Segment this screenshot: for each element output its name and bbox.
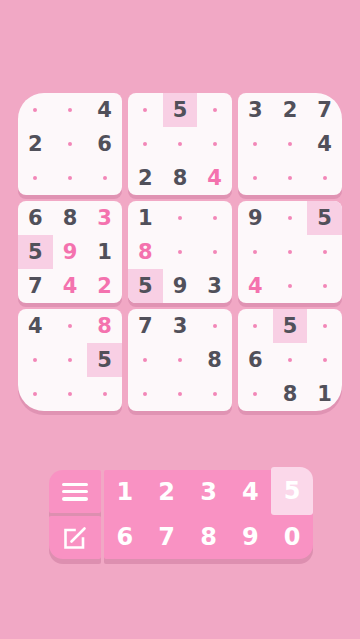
cell-digit: 8: [173, 166, 188, 190]
cell-r3c7[interactable]: [238, 161, 273, 195]
box-5: 18593: [128, 201, 232, 303]
cell-r8c2[interactable]: [53, 343, 88, 377]
empty-cell-dot: [143, 108, 147, 112]
empty-cell-dot: [68, 142, 72, 146]
cell-r3c9[interactable]: [307, 161, 342, 195]
hamburger-icon: [62, 483, 88, 501]
empty-cell-dot: [143, 392, 147, 396]
cell-r6c2[interactable]: 4: [53, 269, 88, 303]
empty-cell-dot: [213, 142, 217, 146]
cell-digit: 4: [28, 314, 43, 338]
cell-r3c5[interactable]: 8: [163, 161, 198, 195]
key-2[interactable]: 2: [146, 470, 188, 515]
cell-r9c7[interactable]: [238, 377, 273, 411]
cell-r6c8[interactable]: [273, 269, 308, 303]
sudoku-app-screen: 42652843274683591742185939544857385681 1…: [0, 0, 360, 639]
cell-digit: 2: [283, 98, 298, 122]
key-0[interactable]: 0: [271, 515, 313, 560]
box-7: 485: [18, 309, 122, 411]
cell-r7c4[interactable]: 7: [128, 309, 163, 343]
cell-r6c5[interactable]: 9: [163, 269, 198, 303]
cell-r2c5[interactable]: [163, 127, 198, 161]
cell-digit: 8: [207, 348, 222, 372]
cell-r3c3[interactable]: [87, 161, 122, 195]
cell-digit: 4: [317, 132, 332, 156]
cell-r8c7[interactable]: 6: [238, 343, 273, 377]
key-5[interactable]: 5: [271, 467, 313, 515]
key-9[interactable]: 9: [229, 515, 271, 560]
cell-r8c4[interactable]: [128, 343, 163, 377]
cell-r7c8[interactable]: 5: [273, 309, 308, 343]
cell-r3c6[interactable]: 4: [197, 161, 232, 195]
box-2: 5284: [128, 93, 232, 195]
cell-r2c9[interactable]: 4: [307, 127, 342, 161]
empty-cell-dot: [288, 142, 292, 146]
empty-cell-dot: [288, 250, 292, 254]
cell-r8c5[interactable]: [163, 343, 198, 377]
cell-digit: 1: [317, 382, 332, 406]
cell-digit: 2: [138, 166, 153, 190]
cell-digit: 7: [138, 314, 153, 338]
cell-r1c5[interactable]: 5: [163, 93, 198, 127]
cell-r6c1[interactable]: 7: [18, 269, 53, 303]
cell-digit: 5: [28, 240, 43, 264]
cell-r9c5[interactable]: [163, 377, 198, 411]
cell-r6c7[interactable]: 4: [238, 269, 273, 303]
empty-cell-dot: [33, 358, 37, 362]
cell-r9c6[interactable]: [197, 377, 232, 411]
cell-r4c1[interactable]: 6: [18, 201, 53, 235]
cell-r4c9[interactable]: 5: [307, 201, 342, 235]
cell-digit: 8: [138, 240, 153, 264]
keypad-keys: 1234567890: [104, 470, 313, 559]
empty-cell-dot: [253, 250, 257, 254]
empty-cell-dot: [288, 358, 292, 362]
cell-r8c6[interactable]: 8: [197, 343, 232, 377]
cell-r3c1[interactable]: [18, 161, 53, 195]
empty-cell-dot: [103, 392, 107, 396]
cell-digit: 8: [97, 314, 112, 338]
key-3[interactable]: 3: [188, 470, 230, 515]
cell-digit: 5: [283, 314, 298, 338]
cell-r6c9[interactable]: [307, 269, 342, 303]
empty-cell-dot: [33, 392, 37, 396]
box-1: 426: [18, 93, 122, 195]
cell-r5c6[interactable]: [197, 235, 232, 269]
cell-r7c9[interactable]: [307, 309, 342, 343]
cell-r1c7[interactable]: 3: [238, 93, 273, 127]
empty-cell-dot: [288, 176, 292, 180]
key-6[interactable]: 6: [104, 515, 146, 560]
cell-r2c8[interactable]: [273, 127, 308, 161]
cell-digit: 9: [173, 274, 188, 298]
empty-cell-dot: [68, 358, 72, 362]
cell-digit: 1: [138, 206, 153, 230]
empty-cell-dot: [253, 392, 257, 396]
cell-r1c8[interactable]: 2: [273, 93, 308, 127]
cell-r2c1[interactable]: 2: [18, 127, 53, 161]
keypad-side-buttons: [49, 470, 101, 559]
cell-r3c4[interactable]: 2: [128, 161, 163, 195]
cell-digit: 4: [63, 274, 78, 298]
cell-r6c6[interactable]: 3: [197, 269, 232, 303]
cell-r7c7[interactable]: [238, 309, 273, 343]
keypad: 1234567890: [49, 470, 313, 559]
empty-cell-dot: [178, 142, 182, 146]
cell-digit: 6: [97, 132, 112, 156]
key-7[interactable]: 7: [146, 515, 188, 560]
empty-cell-dot: [253, 324, 257, 328]
cell-digit: 9: [63, 240, 78, 264]
pencil-square-icon: [61, 524, 89, 552]
cell-r7c2[interactable]: [53, 309, 88, 343]
empty-cell-dot: [68, 176, 72, 180]
cell-r8c8[interactable]: [273, 343, 308, 377]
cell-r8c9[interactable]: [307, 343, 342, 377]
cell-digit: 3: [97, 206, 112, 230]
menu-button[interactable]: [49, 470, 101, 513]
box-3: 3274: [238, 93, 342, 195]
cell-r4c5[interactable]: [163, 201, 198, 235]
cell-digit: 5: [138, 274, 153, 298]
empty-cell-dot: [253, 176, 257, 180]
cell-digit: 8: [63, 206, 78, 230]
empty-cell-dot: [213, 324, 217, 328]
empty-cell-dot: [178, 216, 182, 220]
cell-r1c9[interactable]: 7: [307, 93, 342, 127]
cell-r9c9[interactable]: 1: [307, 377, 342, 411]
cell-digit: 5: [97, 348, 112, 372]
cell-r1c4[interactable]: [128, 93, 163, 127]
cell-digit: 4: [207, 166, 222, 190]
cell-digit: 4: [248, 274, 263, 298]
empty-cell-dot: [323, 250, 327, 254]
cell-r5c8[interactable]: [273, 235, 308, 269]
cell-r1c6[interactable]: [197, 93, 232, 127]
empty-cell-dot: [213, 108, 217, 112]
empty-cell-dot: [68, 108, 72, 112]
empty-cell-dot: [213, 216, 217, 220]
cell-r7c3[interactable]: 8: [87, 309, 122, 343]
empty-cell-dot: [33, 176, 37, 180]
cell-r4c3[interactable]: 3: [87, 201, 122, 235]
cell-r7c6[interactable]: [197, 309, 232, 343]
empty-cell-dot: [323, 284, 327, 288]
cell-r5c9[interactable]: [307, 235, 342, 269]
empty-cell-dot: [288, 216, 292, 220]
empty-cell-dot: [178, 392, 182, 396]
empty-cell-dot: [143, 358, 147, 362]
cell-r6c4[interactable]: 5: [128, 269, 163, 303]
box-4: 683591742: [18, 201, 122, 303]
cell-r5c7[interactable]: [238, 235, 273, 269]
empty-cell-dot: [143, 142, 147, 146]
box-8: 738: [128, 309, 232, 411]
cell-digit: 6: [28, 206, 43, 230]
cell-digit: 2: [97, 274, 112, 298]
cell-r3c8[interactable]: [273, 161, 308, 195]
cell-digit: 8: [283, 382, 298, 406]
empty-cell-dot: [178, 250, 182, 254]
cell-r1c1[interactable]: [18, 93, 53, 127]
empty-cell-dot: [178, 358, 182, 362]
empty-cell-dot: [33, 108, 37, 112]
empty-cell-dot: [213, 250, 217, 254]
cell-r4c6[interactable]: [197, 201, 232, 235]
empty-cell-dot: [288, 284, 292, 288]
key-8[interactable]: 8: [188, 515, 230, 560]
key-4[interactable]: 4: [229, 470, 271, 515]
cell-r9c8[interactable]: 8: [273, 377, 308, 411]
cell-r2c7[interactable]: [238, 127, 273, 161]
cell-r5c1[interactable]: 5: [18, 235, 53, 269]
cell-digit: 2: [28, 132, 43, 156]
cell-digit: 3: [207, 274, 222, 298]
cell-r4c4[interactable]: 1: [128, 201, 163, 235]
empty-cell-dot: [213, 392, 217, 396]
empty-cell-dot: [253, 142, 257, 146]
cell-digit: 6: [248, 348, 263, 372]
cell-digit: 3: [248, 98, 263, 122]
empty-cell-dot: [68, 324, 72, 328]
cell-r5c5[interactable]: [163, 235, 198, 269]
cell-r9c1[interactable]: [18, 377, 53, 411]
box-9: 5681: [238, 309, 342, 411]
cell-r9c3[interactable]: [87, 377, 122, 411]
empty-cell-dot: [323, 176, 327, 180]
cell-r2c2[interactable]: [53, 127, 88, 161]
cell-r2c3[interactable]: 6: [87, 127, 122, 161]
cell-r8c1[interactable]: [18, 343, 53, 377]
cell-digit: 5: [317, 206, 332, 230]
cell-digit: 9: [248, 206, 263, 230]
cell-digit: 1: [97, 240, 112, 264]
cell-r4c2[interactable]: 8: [53, 201, 88, 235]
cell-digit: 3: [173, 314, 188, 338]
cell-r9c4[interactable]: [128, 377, 163, 411]
cell-r3c2[interactable]: [53, 161, 88, 195]
cell-r2c6[interactable]: [197, 127, 232, 161]
cell-digit: 7: [28, 274, 43, 298]
cell-r5c3[interactable]: 1: [87, 235, 122, 269]
cell-r7c5[interactable]: 3: [163, 309, 198, 343]
cell-digit: 5: [173, 98, 188, 122]
notes-button[interactable]: [49, 516, 101, 559]
cell-r4c8[interactable]: [273, 201, 308, 235]
cell-r8c3[interactable]: 5: [87, 343, 122, 377]
cell-r4c7[interactable]: 9: [238, 201, 273, 235]
box-6: 954: [238, 201, 342, 303]
cell-r7c1[interactable]: 4: [18, 309, 53, 343]
cell-r1c2[interactable]: [53, 93, 88, 127]
empty-cell-dot: [323, 324, 327, 328]
cell-r1c3[interactable]: 4: [87, 93, 122, 127]
empty-cell-dot: [323, 358, 327, 362]
key-1[interactable]: 1: [104, 470, 146, 515]
cell-r6c3[interactable]: 2: [87, 269, 122, 303]
cell-r5c4[interactable]: 8: [128, 235, 163, 269]
cell-r5c2[interactable]: 9: [53, 235, 88, 269]
cell-r9c2[interactable]: [53, 377, 88, 411]
cell-r2c4[interactable]: [128, 127, 163, 161]
cell-digit: 7: [317, 98, 332, 122]
sudoku-board: 42652843274683591742185939544857385681: [18, 93, 342, 411]
empty-cell-dot: [68, 392, 72, 396]
empty-cell-dot: [103, 176, 107, 180]
cell-digit: 4: [97, 98, 112, 122]
